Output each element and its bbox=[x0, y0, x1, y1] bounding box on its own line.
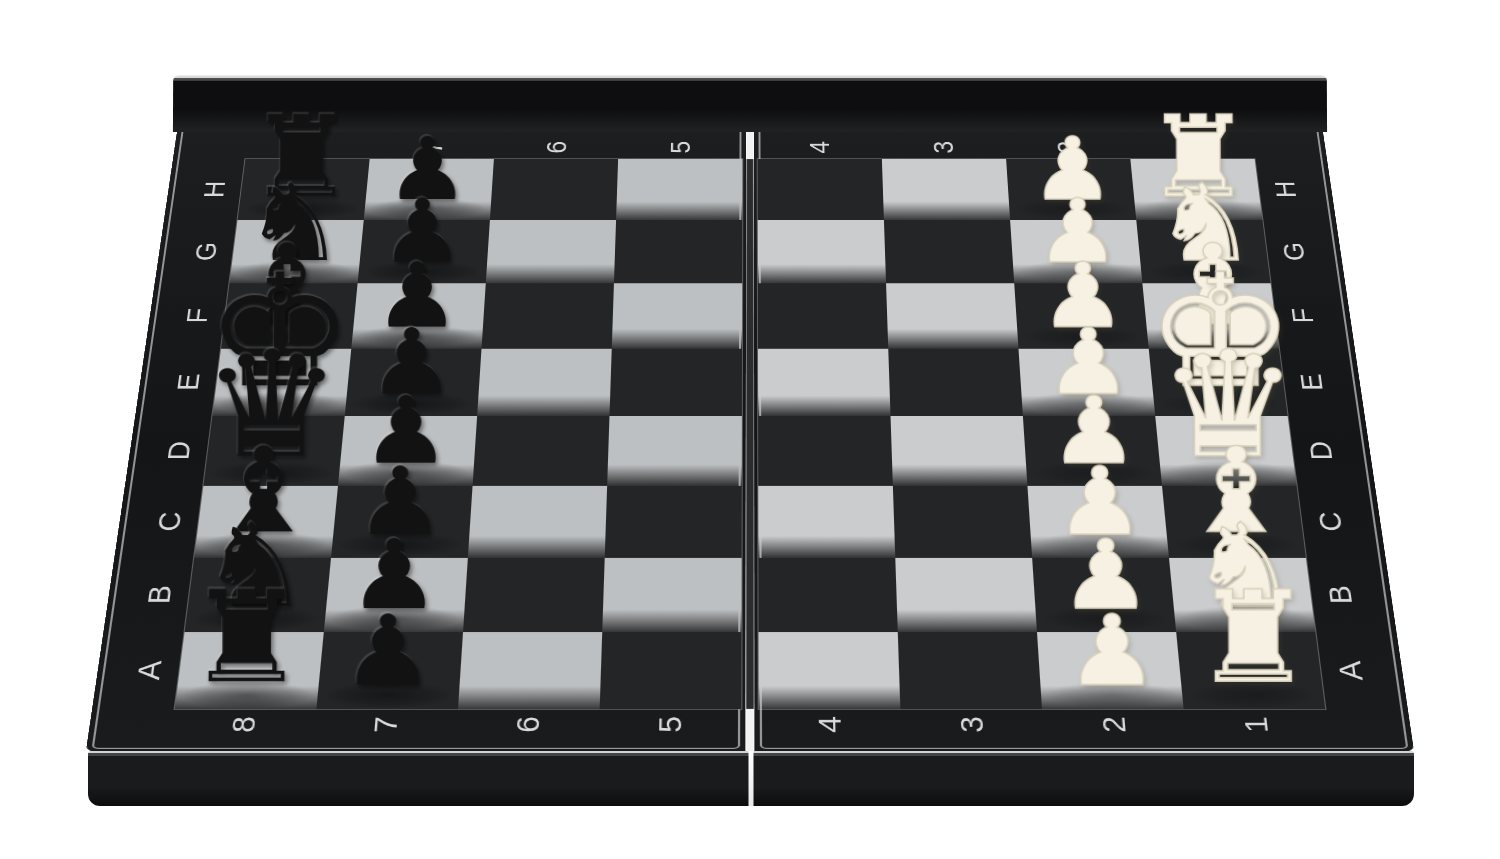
square-f2[interactable] bbox=[1014, 283, 1148, 348]
rank-label-top-4: 4 bbox=[803, 141, 836, 154]
square-e1[interactable] bbox=[1149, 349, 1288, 416]
square-h6[interactable] bbox=[490, 159, 618, 220]
square-h1[interactable] bbox=[1130, 159, 1262, 220]
square-c7[interactable] bbox=[331, 486, 473, 558]
square-a5[interactable] bbox=[600, 632, 742, 709]
file-label-left-C: C bbox=[150, 512, 188, 532]
square-c5[interactable] bbox=[605, 486, 742, 558]
rank-label-top-6: 6 bbox=[540, 141, 573, 154]
file-label-left-B: B bbox=[140, 585, 179, 604]
square-a2[interactable] bbox=[1037, 632, 1184, 709]
square-a1[interactable] bbox=[1176, 632, 1325, 709]
square-g3[interactable] bbox=[884, 220, 1014, 283]
square-e5[interactable] bbox=[609, 349, 742, 416]
square-g5[interactable] bbox=[614, 220, 742, 283]
square-h3[interactable] bbox=[882, 159, 1010, 220]
file-label-right-G: G bbox=[1276, 242, 1312, 261]
square-f8[interactable] bbox=[221, 283, 358, 348]
squares-grid-left bbox=[175, 159, 743, 710]
square-h7[interactable] bbox=[364, 159, 494, 220]
square-g2[interactable] bbox=[1010, 220, 1142, 283]
file-label-right-C: C bbox=[1311, 512, 1349, 532]
square-a4[interactable] bbox=[759, 632, 901, 709]
square-a8[interactable] bbox=[175, 632, 324, 709]
square-b8[interactable] bbox=[185, 558, 331, 632]
square-b1[interactable] bbox=[1169, 558, 1315, 632]
rank-label-top-7: 7 bbox=[416, 141, 449, 154]
rank-label-bottom-2: 2 bbox=[1095, 716, 1134, 733]
square-a3[interactable] bbox=[898, 632, 1042, 709]
square-e3[interactable] bbox=[888, 349, 1023, 416]
rank-label-bottom-3: 3 bbox=[953, 716, 991, 733]
square-b2[interactable] bbox=[1032, 558, 1176, 632]
square-d5[interactable] bbox=[607, 416, 742, 486]
file-label-right-A: A bbox=[1331, 661, 1370, 681]
rank-label-bottom-4: 4 bbox=[811, 716, 848, 733]
square-g4[interactable] bbox=[758, 220, 886, 283]
square-f7[interactable] bbox=[351, 283, 485, 348]
square-b6[interactable] bbox=[463, 558, 605, 632]
square-c4[interactable] bbox=[758, 486, 895, 558]
rank-label-bottom-7: 7 bbox=[367, 716, 406, 733]
rank-label-top-3: 3 bbox=[927, 141, 960, 154]
fold-gap bbox=[749, 751, 754, 806]
rank-label-bottom-5: 5 bbox=[651, 716, 688, 733]
square-e4[interactable] bbox=[758, 349, 891, 416]
square-d1[interactable] bbox=[1155, 416, 1296, 486]
rank-label-bottom-1: 1 bbox=[1237, 716, 1276, 733]
file-label-right-D: D bbox=[1302, 441, 1339, 460]
square-c6[interactable] bbox=[468, 486, 607, 558]
square-g1[interactable] bbox=[1136, 220, 1270, 283]
square-e2[interactable] bbox=[1018, 349, 1155, 416]
square-a6[interactable] bbox=[458, 632, 602, 709]
square-b4[interactable] bbox=[758, 558, 897, 632]
file-label-left-F: F bbox=[179, 308, 215, 323]
square-b3[interactable] bbox=[895, 558, 1037, 632]
square-c3[interactable] bbox=[893, 486, 1032, 558]
square-d6[interactable] bbox=[473, 416, 610, 486]
square-e7[interactable] bbox=[345, 349, 482, 416]
square-h2[interactable] bbox=[1006, 159, 1136, 220]
case-base bbox=[88, 751, 1414, 806]
square-h4[interactable] bbox=[758, 159, 884, 220]
rank-label-bottom-6: 6 bbox=[509, 716, 547, 733]
square-e6[interactable] bbox=[477, 349, 612, 416]
rank-label-bottom-8: 8 bbox=[224, 716, 263, 733]
rank-label-top-8: 8 bbox=[292, 141, 326, 154]
square-f6[interactable] bbox=[482, 283, 614, 348]
square-h5[interactable] bbox=[616, 159, 742, 220]
square-c8[interactable] bbox=[194, 486, 338, 558]
square-f3[interactable] bbox=[886, 283, 1018, 348]
file-label-right-B: B bbox=[1321, 585, 1360, 604]
square-f4[interactable] bbox=[758, 283, 888, 348]
file-label-left-E: E bbox=[170, 374, 207, 391]
squares-grid-right bbox=[758, 159, 1326, 710]
square-c2[interactable] bbox=[1027, 486, 1169, 558]
square-c1[interactable] bbox=[1162, 486, 1306, 558]
rank-label-top-1: 1 bbox=[1174, 141, 1208, 154]
rank-label-top-5: 5 bbox=[664, 141, 697, 154]
square-d8[interactable] bbox=[203, 416, 344, 486]
square-d3[interactable] bbox=[891, 416, 1028, 486]
square-d7[interactable] bbox=[338, 416, 477, 486]
file-label-left-A: A bbox=[130, 661, 169, 681]
square-b5[interactable] bbox=[602, 558, 741, 632]
square-g7[interactable] bbox=[358, 220, 490, 283]
square-a7[interactable] bbox=[316, 632, 463, 709]
folding-magnetic-chessboard: HGFEDCBA88776655 HGFEDCBA44332211 ♜♞♝♚♛♝… bbox=[86, 127, 1415, 752]
square-f1[interactable] bbox=[1142, 283, 1279, 348]
square-d2[interactable] bbox=[1023, 416, 1162, 486]
square-b7[interactable] bbox=[324, 558, 468, 632]
square-g8[interactable] bbox=[229, 220, 363, 283]
file-label-right-E: E bbox=[1293, 374, 1330, 391]
product-photo-scene: HGFEDCBA88776655 HGFEDCBA44332211 ♜♞♝♚♛♝… bbox=[0, 0, 1500, 859]
file-label-left-G: G bbox=[188, 242, 224, 261]
square-g6[interactable] bbox=[486, 220, 616, 283]
square-d4[interactable] bbox=[758, 416, 893, 486]
square-f5[interactable] bbox=[612, 283, 742, 348]
square-h8[interactable] bbox=[238, 159, 370, 220]
file-label-right-H: H bbox=[1268, 181, 1303, 198]
rank-label-top-2: 2 bbox=[1051, 141, 1084, 154]
file-label-left-H: H bbox=[197, 181, 232, 198]
file-label-left-D: D bbox=[160, 441, 197, 460]
file-label-right-F: F bbox=[1285, 308, 1321, 323]
square-e8[interactable] bbox=[212, 349, 351, 416]
